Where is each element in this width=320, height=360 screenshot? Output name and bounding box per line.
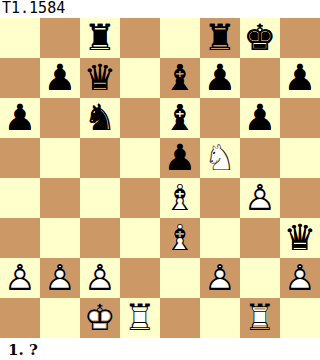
- piece-white-rook[interactable]: ♜♖: [120, 298, 160, 338]
- knight-glyph-outline: ♘: [200, 138, 240, 178]
- queen-glyph-outline: ♛: [280, 218, 320, 258]
- piece-white-rook[interactable]: ♜♖: [240, 298, 280, 338]
- square-d8[interactable]: [120, 18, 160, 58]
- square-h1[interactable]: [280, 298, 320, 338]
- piece-black-pawn[interactable]: ♟♟: [280, 58, 320, 98]
- piece-black-pawn[interactable]: ♟♟: [0, 98, 40, 138]
- square-d3[interactable]: [120, 218, 160, 258]
- pawn-glyph-outline: ♟: [240, 98, 280, 138]
- pawn-glyph-outline: ♙: [0, 258, 40, 298]
- square-c4[interactable]: [80, 178, 120, 218]
- square-c5[interactable]: [80, 138, 120, 178]
- piece-black-pawn[interactable]: ♟♟: [240, 98, 280, 138]
- puzzle-id-title: T1.1584: [0, 0, 320, 18]
- bishop-glyph-outline: ♗: [160, 218, 200, 258]
- square-a8[interactable]: [0, 18, 40, 58]
- rook-glyph-outline: ♜: [80, 18, 120, 58]
- king-glyph-outline: ♚: [240, 18, 280, 58]
- square-g4[interactable]: ♟♙: [240, 178, 280, 218]
- square-b6[interactable]: [40, 98, 80, 138]
- queen-glyph-outline: ♛: [80, 58, 120, 98]
- square-c3[interactable]: [80, 218, 120, 258]
- piece-white-pawn[interactable]: ♟♙: [40, 258, 80, 298]
- square-e6[interactable]: ♝♝: [160, 98, 200, 138]
- square-g5[interactable]: [240, 138, 280, 178]
- square-a3[interactable]: [0, 218, 40, 258]
- square-d4[interactable]: [120, 178, 160, 218]
- pawn-glyph-outline: ♟: [200, 58, 240, 98]
- square-h4[interactable]: [280, 178, 320, 218]
- square-f4[interactable]: [200, 178, 240, 218]
- piece-black-king[interactable]: ♚♚: [240, 18, 280, 58]
- piece-black-rook[interactable]: ♜♜: [200, 18, 240, 58]
- piece-white-pawn[interactable]: ♟♙: [80, 258, 120, 298]
- square-d6[interactable]: [120, 98, 160, 138]
- square-g2[interactable]: [240, 258, 280, 298]
- square-b7[interactable]: ♟♟: [40, 58, 80, 98]
- pawn-glyph-outline: ♟: [280, 58, 320, 98]
- square-e5[interactable]: ♟♟: [160, 138, 200, 178]
- pawn-glyph-outline: ♙: [280, 258, 320, 298]
- square-a5[interactable]: [0, 138, 40, 178]
- square-e1[interactable]: [160, 298, 200, 338]
- piece-white-king[interactable]: ♚♔: [80, 298, 120, 338]
- square-f3[interactable]: [200, 218, 240, 258]
- square-h7[interactable]: ♟♟: [280, 58, 320, 98]
- pawn-glyph-outline: ♙: [240, 178, 280, 218]
- square-h6[interactable]: [280, 98, 320, 138]
- square-b3[interactable]: [40, 218, 80, 258]
- piece-black-rook[interactable]: ♜♜: [80, 18, 120, 58]
- square-e7[interactable]: ♝♝: [160, 58, 200, 98]
- piece-white-bishop[interactable]: ♝♗: [160, 218, 200, 258]
- king-glyph-outline: ♔: [80, 298, 120, 338]
- square-h8[interactable]: [280, 18, 320, 58]
- square-b1[interactable]: [40, 298, 80, 338]
- piece-white-pawn[interactable]: ♟♙: [0, 258, 40, 298]
- piece-black-bishop[interactable]: ♝♝: [160, 98, 200, 138]
- square-d7[interactable]: [120, 58, 160, 98]
- bishop-glyph-outline: ♝: [160, 58, 200, 98]
- square-b4[interactable]: [40, 178, 80, 218]
- piece-black-queen[interactable]: ♛♛: [280, 218, 320, 258]
- square-e3[interactable]: ♝♗: [160, 218, 200, 258]
- pawn-glyph-outline: ♙: [40, 258, 80, 298]
- square-a2[interactable]: ♟♙: [0, 258, 40, 298]
- pawn-glyph-outline: ♟: [160, 138, 200, 178]
- bishop-glyph-outline: ♝: [160, 98, 200, 138]
- chess-board: ♜♜♜♜♚♚♟♟♛♛♝♝♟♟♟♟♟♟♞♞♝♝♟♟♟♟♞♘♝♗♟♙♝♗♛♛♟♙♟♙…: [0, 18, 320, 338]
- piece-white-knight[interactable]: ♞♘: [200, 138, 240, 178]
- square-a6[interactable]: ♟♟: [0, 98, 40, 138]
- square-h3[interactable]: ♛♛: [280, 218, 320, 258]
- square-c1[interactable]: ♚♔: [80, 298, 120, 338]
- square-f6[interactable]: [200, 98, 240, 138]
- square-e8[interactable]: [160, 18, 200, 58]
- square-g3[interactable]: [240, 218, 280, 258]
- square-h5[interactable]: [280, 138, 320, 178]
- piece-black-bishop[interactable]: ♝♝: [160, 58, 200, 98]
- piece-white-pawn[interactable]: ♟♙: [280, 258, 320, 298]
- pawn-glyph-outline: ♟: [0, 98, 40, 138]
- square-c8[interactable]: ♜♜: [80, 18, 120, 58]
- square-e2[interactable]: [160, 258, 200, 298]
- rook-glyph-outline: ♜: [200, 18, 240, 58]
- piece-black-knight[interactable]: ♞♞: [80, 98, 120, 138]
- piece-black-queen[interactable]: ♛♛: [80, 58, 120, 98]
- pawn-glyph-outline: ♙: [200, 258, 240, 298]
- pawn-glyph-outline: ♟: [40, 58, 80, 98]
- piece-white-pawn[interactable]: ♟♙: [240, 178, 280, 218]
- bishop-glyph-outline: ♗: [160, 178, 200, 218]
- square-c2[interactable]: ♟♙: [80, 258, 120, 298]
- square-f7[interactable]: ♟♟: [200, 58, 240, 98]
- square-g6[interactable]: ♟♟: [240, 98, 280, 138]
- square-d1[interactable]: ♜♖: [120, 298, 160, 338]
- square-h2[interactable]: ♟♙: [280, 258, 320, 298]
- square-b8[interactable]: [40, 18, 80, 58]
- square-b5[interactable]: [40, 138, 80, 178]
- square-f5[interactable]: ♞♘: [200, 138, 240, 178]
- square-a4[interactable]: [0, 178, 40, 218]
- move-prompt: 1. ?: [0, 338, 320, 360]
- pawn-glyph-outline: ♙: [80, 258, 120, 298]
- piece-white-bishop[interactable]: ♝♗: [160, 178, 200, 218]
- rook-glyph-outline: ♖: [120, 298, 160, 338]
- square-c7[interactable]: ♛♛: [80, 58, 120, 98]
- piece-black-pawn[interactable]: ♟♟: [160, 138, 200, 178]
- square-e4[interactable]: ♝♗: [160, 178, 200, 218]
- rook-glyph-outline: ♖: [240, 298, 280, 338]
- square-f2[interactable]: ♟♙: [200, 258, 240, 298]
- piece-black-pawn[interactable]: ♟♟: [40, 58, 80, 98]
- square-a7[interactable]: [0, 58, 40, 98]
- square-a1[interactable]: [0, 298, 40, 338]
- square-g1[interactable]: ♜♖: [240, 298, 280, 338]
- square-f1[interactable]: [200, 298, 240, 338]
- square-g8[interactable]: ♚♚: [240, 18, 280, 58]
- piece-white-pawn[interactable]: ♟♙: [200, 258, 240, 298]
- square-c6[interactable]: ♞♞: [80, 98, 120, 138]
- square-d2[interactable]: [120, 258, 160, 298]
- square-g7[interactable]: [240, 58, 280, 98]
- square-b2[interactable]: ♟♙: [40, 258, 80, 298]
- square-f8[interactable]: ♜♜: [200, 18, 240, 58]
- knight-glyph-outline: ♞: [80, 98, 120, 138]
- square-d5[interactable]: [120, 138, 160, 178]
- piece-black-pawn[interactable]: ♟♟: [200, 58, 240, 98]
